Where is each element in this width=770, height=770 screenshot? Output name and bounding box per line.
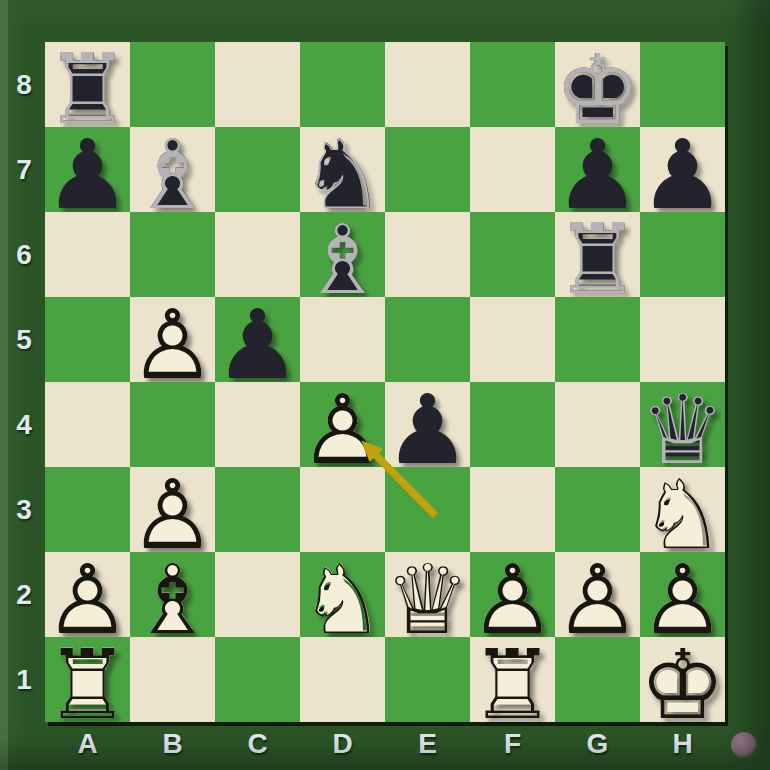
- square-f6[interactable]: [470, 212, 555, 297]
- rank-labels: 87654321: [8, 42, 40, 722]
- white-pawn-icon: ♟: [45, 557, 130, 642]
- square-e2[interactable]: ♛♕: [385, 552, 470, 637]
- square-h8[interactable]: [640, 42, 725, 127]
- square-g3[interactable]: [555, 467, 640, 552]
- square-g7[interactable]: ♟: [555, 127, 640, 212]
- square-g2[interactable]: ♟♙: [555, 552, 640, 637]
- square-e7[interactable]: [385, 127, 470, 212]
- black-pawn-icon: ♟: [385, 387, 470, 472]
- square-d6[interactable]: ♝♗: [300, 212, 385, 297]
- square-b4[interactable]: [130, 382, 215, 467]
- black-bishop-b7[interactable]: ♝♗: [130, 127, 215, 212]
- piece-outline-icon: ♙: [130, 302, 215, 387]
- piece-outline-icon: ♗: [130, 557, 215, 642]
- file-label-G: G: [555, 722, 640, 768]
- file-label-H: H: [640, 722, 725, 768]
- rank-label-8: 8: [8, 42, 40, 127]
- white-rook-icon: ♜: [470, 642, 555, 727]
- white-king-h1[interactable]: ♚♔: [640, 637, 725, 722]
- rank-label-5: 5: [8, 297, 40, 382]
- black-pawn-icon: ♟: [555, 132, 640, 217]
- square-f5[interactable]: [470, 297, 555, 382]
- square-c2[interactable]: [215, 552, 300, 637]
- square-e1[interactable]: [385, 637, 470, 722]
- white-pawn-icon: ♟: [300, 387, 385, 472]
- square-f7[interactable]: [470, 127, 555, 212]
- white-rook-icon: ♜: [45, 642, 130, 727]
- chess-board-window: ♜♖♚♔♟♝♗♞♘♟♟♝♗♜♖♟♙♟♟♙♟♛♕♟♙♞♘♟♙♝♗♞♘♛♕♟♙♟♙♟…: [0, 0, 770, 770]
- white-pawn-d4[interactable]: ♟♙: [300, 382, 385, 467]
- square-c8[interactable]: [215, 42, 300, 127]
- white-pawn-b5[interactable]: ♟♙: [130, 297, 215, 382]
- square-f8[interactable]: [470, 42, 555, 127]
- rank-label-1: 1: [8, 637, 40, 722]
- square-h5[interactable]: [640, 297, 725, 382]
- piece-outline-icon: ♖: [470, 642, 555, 727]
- square-d4[interactable]: ♟♙: [300, 382, 385, 467]
- black-knight-d7[interactable]: ♞♘: [300, 127, 385, 212]
- white-bishop-icon: ♝: [130, 557, 215, 642]
- piece-outline-icon: ♙: [640, 557, 725, 642]
- white-pawn-icon: ♟: [470, 557, 555, 642]
- square-g5[interactable]: [555, 297, 640, 382]
- black-pawn-icon: ♟: [45, 132, 130, 217]
- rank-label-2: 2: [8, 552, 40, 637]
- square-b5[interactable]: ♟♙: [130, 297, 215, 382]
- white-bishop-b2[interactable]: ♝♗: [130, 552, 215, 637]
- piece-detail-icon: ♗: [300, 217, 385, 302]
- square-b8[interactable]: [130, 42, 215, 127]
- square-e4[interactable]: ♟: [385, 382, 470, 467]
- piece-outline-icon: ♖: [45, 642, 130, 727]
- square-h7[interactable]: ♟: [640, 127, 725, 212]
- square-h2[interactable]: ♟♙: [640, 552, 725, 637]
- piece-outline-icon: ♙: [470, 557, 555, 642]
- piece-detail-icon: ♕: [640, 387, 725, 472]
- square-b7[interactable]: ♝♗: [130, 127, 215, 212]
- piece-outline-icon: ♕: [385, 557, 470, 642]
- white-pawn-b3[interactable]: ♟♙: [130, 467, 215, 552]
- white-pawn-h2[interactable]: ♟♙: [640, 552, 725, 637]
- black-queen-icon: ♛: [640, 387, 725, 472]
- piece-outline-icon: ♙: [130, 472, 215, 557]
- file-labels: ABCDEFGH: [45, 722, 725, 768]
- square-d2[interactable]: ♞♘: [300, 552, 385, 637]
- square-g8[interactable]: ♚♔: [555, 42, 640, 127]
- black-rook-a8[interactable]: ♜♖: [45, 42, 130, 127]
- black-pawn-e4[interactable]: ♟: [385, 382, 470, 467]
- square-g4[interactable]: [555, 382, 640, 467]
- white-pawn-icon: ♟: [130, 472, 215, 557]
- square-c1[interactable]: [215, 637, 300, 722]
- white-queen-icon: ♛: [385, 557, 470, 642]
- square-f3[interactable]: [470, 467, 555, 552]
- piece-detail-icon: ♖: [555, 217, 640, 302]
- square-a5[interactable]: [45, 297, 130, 382]
- square-b1[interactable]: [130, 637, 215, 722]
- white-rook-a1[interactable]: ♜♖: [45, 637, 130, 722]
- piece-detail-icon: ♗: [130, 132, 215, 217]
- square-e5[interactable]: [385, 297, 470, 382]
- piece-outline-icon: ♙: [300, 387, 385, 472]
- square-h4[interactable]: ♛♕: [640, 382, 725, 467]
- black-king-g8[interactable]: ♚♔: [555, 42, 640, 127]
- white-pawn-icon: ♟: [640, 557, 725, 642]
- square-c3[interactable]: [215, 467, 300, 552]
- square-a1[interactable]: ♜♖: [45, 637, 130, 722]
- square-d8[interactable]: [300, 42, 385, 127]
- rank-label-7: 7: [8, 127, 40, 212]
- square-a2[interactable]: ♟♙: [45, 552, 130, 637]
- piece-outline-icon: ♙: [555, 557, 640, 642]
- black-queen-h4[interactable]: ♛♕: [640, 382, 725, 467]
- black-knight-icon: ♞: [300, 132, 385, 217]
- file-label-A: A: [45, 722, 130, 768]
- square-e8[interactable]: [385, 42, 470, 127]
- black-bishop-icon: ♝: [130, 132, 215, 217]
- square-d5[interactable]: [300, 297, 385, 382]
- square-f1[interactable]: ♜♖: [470, 637, 555, 722]
- frame-left-strip: [0, 0, 8, 770]
- white-pawn-icon: ♟: [555, 557, 640, 642]
- file-label-F: F: [470, 722, 555, 768]
- black-bishop-d6[interactable]: ♝♗: [300, 212, 385, 297]
- rank-label-6: 6: [8, 212, 40, 297]
- white-rook-f1[interactable]: ♜♖: [470, 637, 555, 722]
- square-d7[interactable]: ♞♘: [300, 127, 385, 212]
- piece-detail-icon: ♔: [555, 47, 640, 132]
- rank-label-3: 3: [8, 467, 40, 552]
- square-a7[interactable]: ♟: [45, 127, 130, 212]
- corner-dot: [731, 732, 757, 758]
- piece-outline-icon: ♘: [640, 472, 725, 557]
- piece-outline-icon: ♔: [640, 642, 725, 727]
- white-king-icon: ♚: [640, 642, 725, 727]
- black-pawn-h7[interactable]: ♟: [640, 127, 725, 212]
- square-g6[interactable]: ♜♖: [555, 212, 640, 297]
- square-e6[interactable]: [385, 212, 470, 297]
- square-a4[interactable]: [45, 382, 130, 467]
- square-b6[interactable]: [130, 212, 215, 297]
- piece-detail-icon: ♘: [300, 132, 385, 217]
- black-king-icon: ♚: [555, 47, 640, 132]
- black-rook-icon: ♜: [45, 47, 130, 132]
- square-h3[interactable]: ♞♘: [640, 467, 725, 552]
- white-knight-h3[interactable]: ♞♘: [640, 467, 725, 552]
- file-label-B: B: [130, 722, 215, 768]
- chess-board[interactable]: ♜♖♚♔♟♝♗♞♘♟♟♝♗♜♖♟♙♟♟♙♟♛♕♟♙♞♘♟♙♝♗♞♘♛♕♟♙♟♙♟…: [45, 42, 725, 722]
- file-label-D: D: [300, 722, 385, 768]
- square-e3[interactable]: [385, 467, 470, 552]
- square-b3[interactable]: ♟♙: [130, 467, 215, 552]
- square-c6[interactable]: [215, 212, 300, 297]
- square-d1[interactable]: [300, 637, 385, 722]
- square-c7[interactable]: [215, 127, 300, 212]
- file-label-E: E: [385, 722, 470, 768]
- piece-outline-icon: ♘: [300, 557, 385, 642]
- white-pawn-a2[interactable]: ♟♙: [45, 552, 130, 637]
- square-a8[interactable]: ♜♖: [45, 42, 130, 127]
- square-f2[interactable]: ♟♙: [470, 552, 555, 637]
- black-pawn-icon: ♟: [215, 302, 300, 387]
- black-rook-g6[interactable]: ♜♖: [555, 212, 640, 297]
- white-queen-e2[interactable]: ♛♕: [385, 552, 470, 637]
- black-pawn-g7[interactable]: ♟: [555, 127, 640, 212]
- square-d3[interactable]: [300, 467, 385, 552]
- white-knight-icon: ♞: [300, 557, 385, 642]
- file-label-C: C: [215, 722, 300, 768]
- square-h1[interactable]: ♚♔: [640, 637, 725, 722]
- square-g1[interactable]: [555, 637, 640, 722]
- piece-detail-icon: ♖: [45, 47, 130, 132]
- white-pawn-icon: ♟: [130, 302, 215, 387]
- square-f4[interactable]: [470, 382, 555, 467]
- black-pawn-c5[interactable]: ♟: [215, 297, 300, 382]
- square-a3[interactable]: [45, 467, 130, 552]
- square-b2[interactable]: ♝♗: [130, 552, 215, 637]
- black-rook-icon: ♜: [555, 217, 640, 302]
- white-pawn-g2[interactable]: ♟♙: [555, 552, 640, 637]
- white-knight-d2[interactable]: ♞♘: [300, 552, 385, 637]
- white-knight-icon: ♞: [640, 472, 725, 557]
- black-bishop-icon: ♝: [300, 217, 385, 302]
- square-c5[interactable]: ♟: [215, 297, 300, 382]
- rank-label-4: 4: [8, 382, 40, 467]
- square-c4[interactable]: [215, 382, 300, 467]
- square-h6[interactable]: [640, 212, 725, 297]
- black-pawn-icon: ♟: [640, 132, 725, 217]
- black-pawn-a7[interactable]: ♟: [45, 127, 130, 212]
- piece-outline-icon: ♙: [45, 557, 130, 642]
- white-pawn-f2[interactable]: ♟♙: [470, 552, 555, 637]
- square-a6[interactable]: [45, 212, 130, 297]
